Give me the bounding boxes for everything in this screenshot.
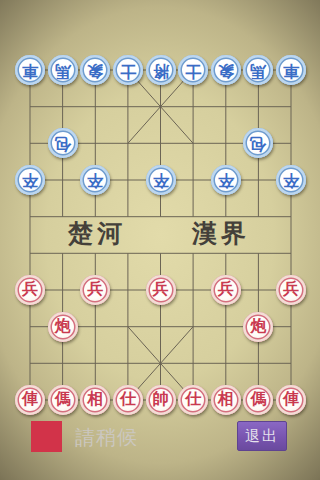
piece-glyph: 兵 xyxy=(218,279,234,300)
piece-black-advisor[interactable]: 士 xyxy=(178,55,208,85)
piece-black-soldier[interactable]: 卒 xyxy=(146,165,176,195)
piece-glyph: 帥 xyxy=(153,389,169,410)
piece-glyph: 馬 xyxy=(250,60,266,81)
piece-glyph: 卒 xyxy=(283,169,299,190)
piece-black-cannon[interactable]: 包 xyxy=(243,128,273,158)
piece-black-soldier[interactable]: 卒 xyxy=(276,165,306,195)
piece-glyph: 象 xyxy=(218,60,234,81)
piece-red-chariot[interactable]: 俥 xyxy=(276,385,306,415)
piece-red-soldier[interactable]: 兵 xyxy=(15,275,45,305)
xiangqi-game-screen: 楚河 漢界 車馬象士將士象馬車包包卒卒卒卒卒兵兵兵兵兵炮炮俥傌相仕帥仕相傌俥 請… xyxy=(0,0,320,480)
piece-black-general[interactable]: 將 xyxy=(146,55,176,85)
piece-glyph: 俥 xyxy=(283,389,299,410)
piece-red-soldier[interactable]: 兵 xyxy=(146,275,176,305)
piece-black-advisor[interactable]: 士 xyxy=(113,55,143,85)
piece-black-elephant[interactable]: 象 xyxy=(80,55,110,85)
board-pieces-layer: 車馬象士將士象馬車包包卒卒卒卒卒兵兵兵兵兵炮炮俥傌相仕帥仕相傌俥 xyxy=(14,52,308,419)
piece-glyph: 兵 xyxy=(22,279,38,300)
piece-black-soldier[interactable]: 卒 xyxy=(211,165,241,195)
piece-red-cannon[interactable]: 炮 xyxy=(48,312,78,342)
piece-black-horse[interactable]: 馬 xyxy=(243,55,273,85)
exit-button[interactable]: 退出 xyxy=(237,421,287,451)
piece-glyph: 炮 xyxy=(250,316,266,337)
piece-red-soldier[interactable]: 兵 xyxy=(80,275,110,305)
piece-red-advisor[interactable]: 仕 xyxy=(178,385,208,415)
piece-black-elephant[interactable]: 象 xyxy=(211,55,241,85)
piece-glyph: 仕 xyxy=(185,389,201,410)
piece-glyph: 相 xyxy=(218,389,234,410)
piece-glyph: 仕 xyxy=(120,389,136,410)
piece-black-horse[interactable]: 馬 xyxy=(48,55,78,85)
piece-black-chariot[interactable]: 車 xyxy=(15,55,45,85)
piece-red-chariot[interactable]: 俥 xyxy=(15,385,45,415)
piece-glyph: 卒 xyxy=(87,169,103,190)
piece-glyph: 相 xyxy=(87,389,103,410)
piece-black-soldier[interactable]: 卒 xyxy=(80,165,110,195)
piece-glyph: 俥 xyxy=(22,389,38,410)
piece-glyph: 兵 xyxy=(87,279,103,300)
piece-glyph: 士 xyxy=(185,60,201,81)
piece-red-elephant[interactable]: 相 xyxy=(211,385,241,415)
red-turn-indicator xyxy=(31,421,62,452)
piece-red-soldier[interactable]: 兵 xyxy=(211,275,241,305)
piece-glyph: 包 xyxy=(55,133,71,154)
piece-red-horse[interactable]: 傌 xyxy=(48,385,78,415)
piece-red-cannon[interactable]: 炮 xyxy=(243,312,273,342)
piece-red-general[interactable]: 帥 xyxy=(146,385,176,415)
piece-glyph: 車 xyxy=(283,60,299,81)
piece-glyph: 傌 xyxy=(250,389,266,410)
piece-red-elephant[interactable]: 相 xyxy=(80,385,110,415)
piece-glyph: 卒 xyxy=(218,169,234,190)
piece-glyph: 傌 xyxy=(55,389,71,410)
piece-glyph: 包 xyxy=(250,133,266,154)
piece-glyph: 士 xyxy=(120,60,136,81)
piece-glyph: 卒 xyxy=(153,169,169,190)
piece-glyph: 兵 xyxy=(283,279,299,300)
piece-red-soldier[interactable]: 兵 xyxy=(276,275,306,305)
piece-red-advisor[interactable]: 仕 xyxy=(113,385,143,415)
piece-glyph: 將 xyxy=(153,60,169,81)
piece-black-chariot[interactable]: 車 xyxy=(276,55,306,85)
piece-red-horse[interactable]: 傌 xyxy=(243,385,273,415)
piece-glyph: 馬 xyxy=(55,60,71,81)
piece-glyph: 象 xyxy=(87,60,103,81)
piece-glyph: 車 xyxy=(22,60,38,81)
piece-glyph: 兵 xyxy=(153,279,169,300)
piece-black-soldier[interactable]: 卒 xyxy=(15,165,45,195)
piece-black-cannon[interactable]: 包 xyxy=(48,128,78,158)
piece-glyph: 炮 xyxy=(55,316,71,337)
piece-glyph: 卒 xyxy=(22,169,38,190)
status-text: 請稍候 xyxy=(75,424,138,450)
